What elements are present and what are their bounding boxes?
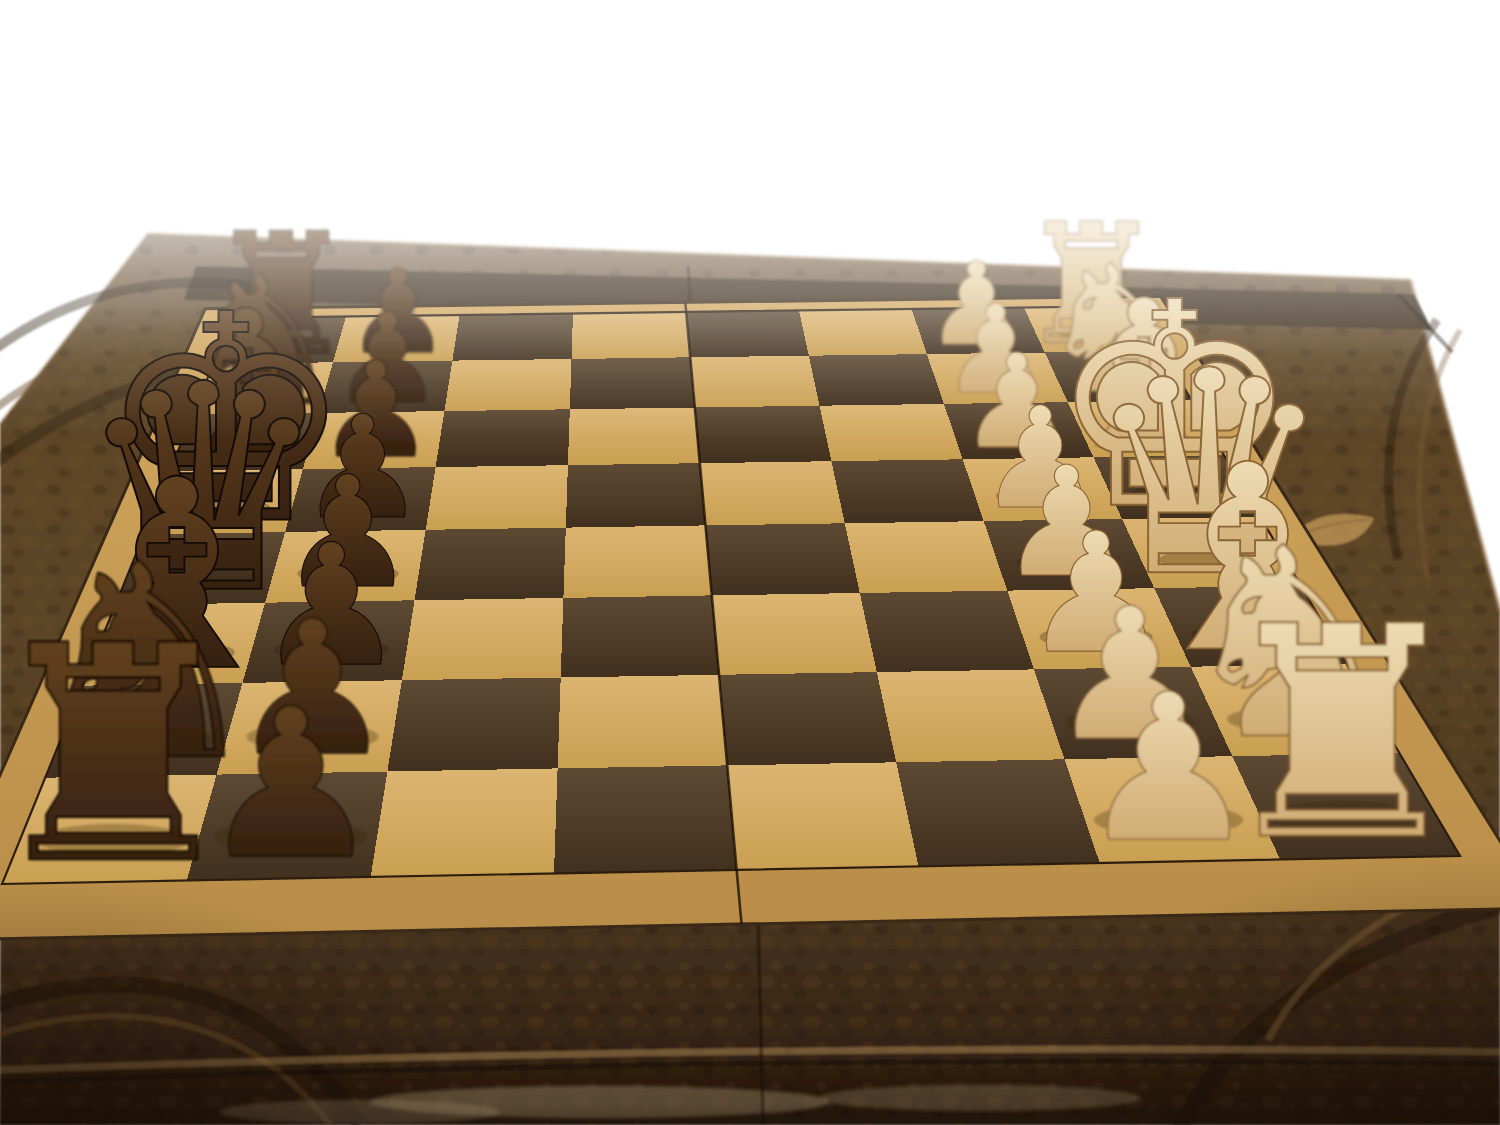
square-d6[interactable]	[415, 528, 566, 601]
scene: ♜♟♟♜♞♟♟♞♝♟♟♝♚♟♟♚♛♟♟♛♝♟♟♝♞♟♟♞♜♟♟♜	[0, 0, 1500, 1125]
piece-glyph: ♜	[0, 582, 247, 929]
square-b4[interactable]	[719, 672, 896, 765]
square-e6[interactable]	[426, 465, 568, 530]
bottom-shade	[0, 1040, 1500, 1125]
square-e5[interactable]	[566, 463, 706, 527]
square-d4[interactable]	[706, 523, 860, 595]
square-a6[interactable]	[371, 768, 558, 877]
square-b5[interactable]	[558, 675, 728, 769]
square-a5[interactable]	[554, 765, 737, 873]
piece-white-pawn-a2[interactable]: ♟	[1077, 651, 1259, 887]
square-b6[interactable]	[387, 678, 560, 772]
piece-black-rook-a8[interactable]: ♜	[0, 582, 247, 929]
chessboard-photo: ♜♟♟♜♞♟♟♞♝♟♟♝♚♟♟♚♛♟♟♛♝♟♟♝♞♟♟♞♜♟♟♜	[0, 0, 1500, 1125]
square-e4[interactable]	[700, 461, 845, 525]
square-d5[interactable]	[563, 525, 711, 598]
overexposure-wash	[0, 0, 1500, 440]
square-a4[interactable]	[727, 762, 918, 870]
piece-glyph: ♟	[1077, 651, 1259, 887]
square-c4[interactable]	[712, 593, 877, 675]
square-c5[interactable]	[561, 595, 719, 677]
square-c6[interactable]	[402, 598, 564, 680]
